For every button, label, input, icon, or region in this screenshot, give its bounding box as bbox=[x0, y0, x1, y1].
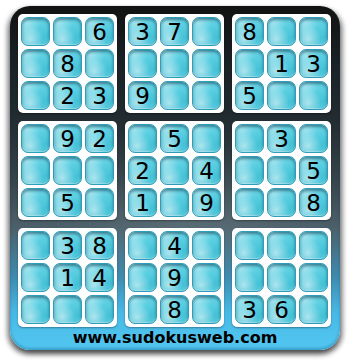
cell-r5c9[interactable]: 5 bbox=[299, 156, 328, 185]
cell-r5c6[interactable]: 4 bbox=[192, 156, 221, 185]
box-3: 8135 bbox=[232, 14, 331, 113]
cell-r3c5[interactable] bbox=[160, 81, 189, 110]
cell-r1c2[interactable] bbox=[53, 17, 82, 46]
cell-r2c7[interactable] bbox=[235, 49, 264, 78]
cell-r2c9[interactable]: 3 bbox=[299, 49, 328, 78]
cell-r8c1[interactable] bbox=[21, 263, 50, 292]
cell-r1c3[interactable]: 6 bbox=[85, 17, 114, 46]
cell-r3c6[interactable] bbox=[192, 81, 221, 110]
cell-r7c5[interactable]: 4 bbox=[160, 231, 189, 260]
website-url: www.sudokusweb.com bbox=[10, 327, 340, 350]
cell-r7c1[interactable] bbox=[21, 231, 50, 260]
cell-r2c4[interactable] bbox=[128, 49, 157, 78]
sudoku-board-frame: 6823379813592552419358381449836 www.sudo… bbox=[10, 6, 340, 350]
cell-r3c8[interactable] bbox=[267, 81, 296, 110]
cell-r4c2[interactable]: 9 bbox=[53, 124, 82, 153]
cell-r1c5[interactable]: 7 bbox=[160, 17, 189, 46]
box-7: 3814 bbox=[18, 228, 117, 327]
cell-r4c8[interactable]: 3 bbox=[267, 124, 296, 153]
cell-r4c4[interactable] bbox=[128, 124, 157, 153]
box-6: 358 bbox=[232, 121, 331, 220]
cell-r1c1[interactable] bbox=[21, 17, 50, 46]
cell-r6c7[interactable] bbox=[235, 188, 264, 217]
cell-r7c7[interactable] bbox=[235, 231, 264, 260]
cell-r7c8[interactable] bbox=[267, 231, 296, 260]
cell-r1c7[interactable]: 8 bbox=[235, 17, 264, 46]
cell-r6c1[interactable] bbox=[21, 188, 50, 217]
cell-r8c3[interactable]: 4 bbox=[85, 263, 114, 292]
box-9: 36 bbox=[232, 228, 331, 327]
cell-r5c7[interactable] bbox=[235, 156, 264, 185]
cell-r5c1[interactable] bbox=[21, 156, 50, 185]
cell-r5c8[interactable] bbox=[267, 156, 296, 185]
box-4: 925 bbox=[18, 121, 117, 220]
cell-r3c9[interactable] bbox=[299, 81, 328, 110]
cell-r4c3[interactable]: 2 bbox=[85, 124, 114, 153]
cell-r4c1[interactable] bbox=[21, 124, 50, 153]
cell-r8c4[interactable] bbox=[128, 263, 157, 292]
cell-r9c9[interactable] bbox=[299, 295, 328, 324]
cell-r6c5[interactable] bbox=[160, 188, 189, 217]
cell-r2c6[interactable] bbox=[192, 49, 221, 78]
cell-r9c2[interactable] bbox=[53, 295, 82, 324]
cell-r3c3[interactable]: 3 bbox=[85, 81, 114, 110]
cell-r3c7[interactable]: 5 bbox=[235, 81, 264, 110]
box-5: 52419 bbox=[125, 121, 224, 220]
cell-r5c4[interactable]: 2 bbox=[128, 156, 157, 185]
cell-r1c8[interactable] bbox=[267, 17, 296, 46]
cell-r4c7[interactable] bbox=[235, 124, 264, 153]
cell-r1c4[interactable]: 3 bbox=[128, 17, 157, 46]
box-8: 498 bbox=[125, 228, 224, 327]
cell-r1c6[interactable] bbox=[192, 17, 221, 46]
cell-r3c2[interactable]: 2 bbox=[53, 81, 82, 110]
cell-r9c1[interactable] bbox=[21, 295, 50, 324]
box-2: 379 bbox=[125, 14, 224, 113]
cell-r4c5[interactable]: 5 bbox=[160, 124, 189, 153]
cell-r6c6[interactable]: 9 bbox=[192, 188, 221, 217]
cell-r8c2[interactable]: 1 bbox=[53, 263, 82, 292]
cell-r6c8[interactable] bbox=[267, 188, 296, 217]
box-1: 6823 bbox=[18, 14, 117, 113]
cell-r2c8[interactable]: 1 bbox=[267, 49, 296, 78]
cell-r9c4[interactable] bbox=[128, 295, 157, 324]
cell-r9c6[interactable] bbox=[192, 295, 221, 324]
cell-r3c1[interactable] bbox=[21, 81, 50, 110]
cell-r2c1[interactable] bbox=[21, 49, 50, 78]
cell-r2c2[interactable]: 8 bbox=[53, 49, 82, 78]
cell-r1c9[interactable] bbox=[299, 17, 328, 46]
cell-r7c2[interactable]: 3 bbox=[53, 231, 82, 260]
cell-r4c9[interactable] bbox=[299, 124, 328, 153]
cell-r8c5[interactable]: 9 bbox=[160, 263, 189, 292]
cell-r7c3[interactable]: 8 bbox=[85, 231, 114, 260]
cell-r6c9[interactable]: 8 bbox=[299, 188, 328, 217]
cell-r2c3[interactable] bbox=[85, 49, 114, 78]
cell-r5c5[interactable] bbox=[160, 156, 189, 185]
cell-r8c8[interactable] bbox=[267, 263, 296, 292]
cell-r7c4[interactable] bbox=[128, 231, 157, 260]
cell-r9c3[interactable] bbox=[85, 295, 114, 324]
cell-r5c2[interactable] bbox=[53, 156, 82, 185]
cell-r7c9[interactable] bbox=[299, 231, 328, 260]
cell-r4c6[interactable] bbox=[192, 124, 221, 153]
cell-r9c8[interactable]: 6 bbox=[267, 295, 296, 324]
cell-r9c5[interactable]: 8 bbox=[160, 295, 189, 324]
cell-r6c2[interactable]: 5 bbox=[53, 188, 82, 217]
cell-r8c6[interactable] bbox=[192, 263, 221, 292]
cell-r7c6[interactable] bbox=[192, 231, 221, 260]
cell-r5c3[interactable] bbox=[85, 156, 114, 185]
cell-r8c9[interactable] bbox=[299, 263, 328, 292]
sudoku-grid: 6823379813592552419358381449836 bbox=[18, 14, 331, 327]
cell-r2c5[interactable] bbox=[160, 49, 189, 78]
cell-r6c3[interactable] bbox=[85, 188, 114, 217]
cell-r9c7[interactable]: 3 bbox=[235, 295, 264, 324]
cell-r8c7[interactable] bbox=[235, 263, 264, 292]
cell-r3c4[interactable]: 9 bbox=[128, 81, 157, 110]
cell-r6c4[interactable]: 1 bbox=[128, 188, 157, 217]
